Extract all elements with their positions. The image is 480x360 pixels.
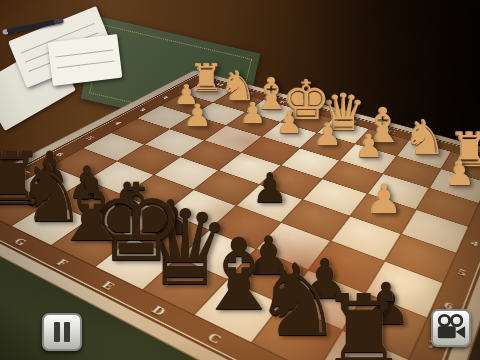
paper-writing bbox=[55, 50, 113, 58]
piece-white-pawn-a2[interactable]: ♟ bbox=[445, 156, 475, 190]
piece-white-knight-b1[interactable]: ♞ bbox=[403, 113, 446, 161]
piece-white-pawn-f2[interactable]: ♟ bbox=[240, 99, 266, 128]
paper-sheet bbox=[48, 34, 123, 86]
piece-white-pawn-c2[interactable]: ♟ bbox=[355, 131, 384, 163]
piece-white-pawn-b4[interactable]: ♟ bbox=[366, 178, 402, 218]
piece-black-pawn-d5[interactable]: ♟ bbox=[251, 167, 288, 208]
video-camera-icon bbox=[434, 313, 468, 343]
camera-button[interactable] bbox=[431, 309, 471, 347]
piece-black-rook-h8[interactable]: ♜ bbox=[0, 142, 45, 215]
paper-writing bbox=[56, 61, 114, 69]
game-screen: HHGGFFEEDDCCBBAA1122334455667788 ♜♞♝♛♚♝♞… bbox=[0, 0, 480, 360]
pause-button[interactable] bbox=[42, 313, 82, 351]
piece-white-pawn-d2[interactable]: ♟ bbox=[314, 119, 342, 150]
pause-icon bbox=[49, 320, 75, 344]
piece-white-pawn-g3[interactable]: ♟ bbox=[184, 100, 212, 131]
piece-white-pawn-e2[interactable]: ♟ bbox=[276, 108, 303, 138]
